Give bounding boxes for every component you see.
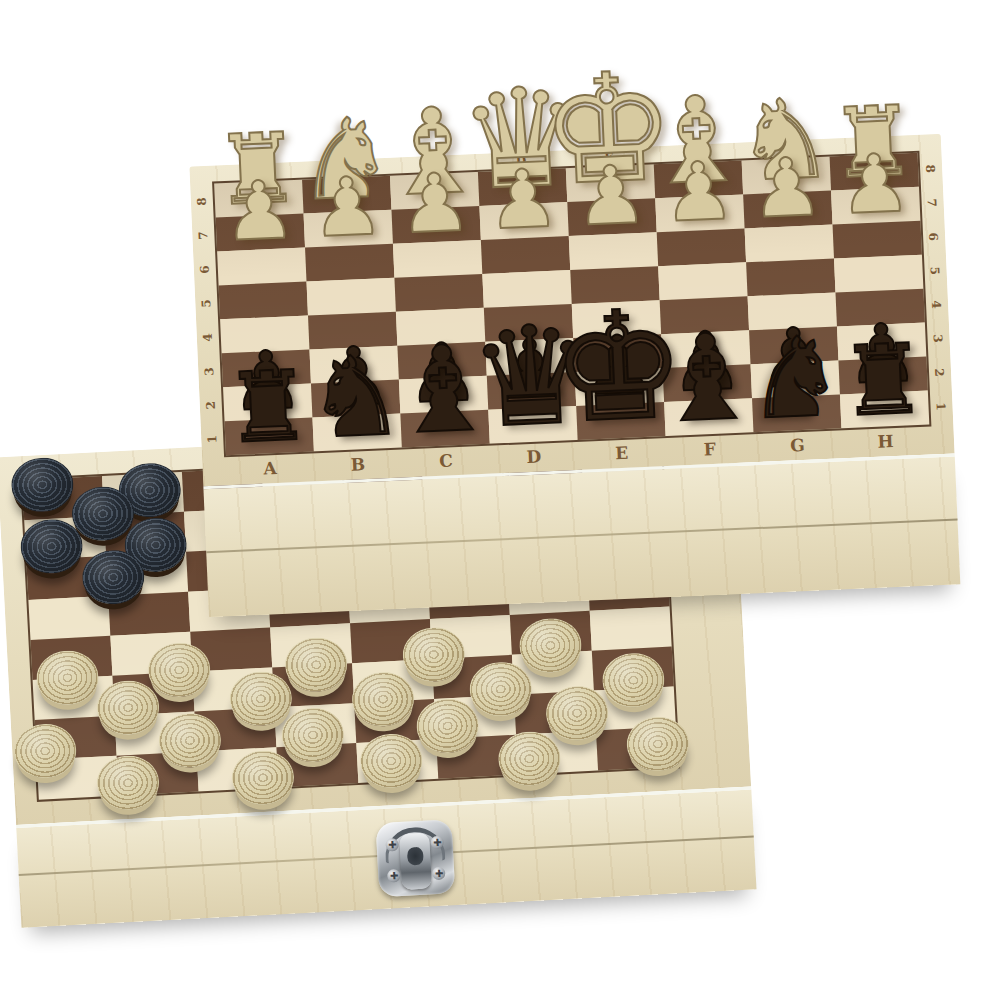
chess-piece-dark-rook-a1[interactable]: ♜ (223, 360, 313, 455)
chess-piece-light-pawn-h7[interactable]: ♟ (837, 145, 912, 224)
checkers-square-r6c1[interactable] (115, 712, 197, 756)
checkers-square-r2c0[interactable] (26, 556, 108, 600)
chess-rank-label-right: 3 (930, 334, 944, 344)
checkers-square-r6c6[interactable] (514, 691, 596, 735)
chess-rank-label-right: 1 (933, 402, 947, 412)
checkers-square-r6c4[interactable] (354, 699, 436, 743)
checkers-square-r6c0[interactable] (35, 716, 117, 760)
checkers-square-r3c1[interactable] (108, 592, 190, 636)
checkers-square-r4c5[interactable] (430, 615, 512, 659)
checkers-square-r5c6[interactable] (512, 651, 594, 695)
checkers-square-r5c0[interactable] (33, 676, 115, 720)
checkers-square-r5c1[interactable] (112, 672, 194, 716)
chess-rank-label-right: 5 (927, 266, 941, 276)
checkers-square-r4c0[interactable] (30, 636, 112, 680)
chess-piece-light-pawn-e7[interactable]: ♟ (574, 157, 649, 236)
chess-rank-label-left: 1 (205, 434, 219, 444)
checkers-square-r6c5[interactable] (434, 695, 516, 739)
chess-piece-dark-knight-g1[interactable]: ♞ (744, 324, 847, 433)
chess-box: AABBCCDDEEFFGGHH8877665544332211 ♜♞♝♛♚♝♞… (189, 134, 954, 486)
checkers-square-r7c7[interactable] (596, 726, 678, 770)
checkers-square-r7c2[interactable] (197, 747, 279, 791)
checkers-square-r6c3[interactable] (274, 703, 356, 747)
chess-rank-label-left: 5 (199, 298, 213, 308)
chess-piece-light-pawn-d7[interactable]: ♟ (486, 160, 561, 239)
chess-square-h5[interactable] (834, 255, 923, 293)
chess-rank-label-right: 6 (926, 232, 940, 242)
checkers-square-r4c6[interactable] (510, 611, 592, 655)
chess-rank-label-left: 2 (204, 400, 218, 410)
chess-square-a5[interactable] (219, 282, 308, 320)
checkers-square-r3c0[interactable] (28, 596, 110, 640)
chess-board: AABBCCDDEEFFGGHH8877665544332211 ♜♞♝♛♚♝♞… (189, 134, 954, 486)
chess-square-g5[interactable] (746, 259, 835, 297)
checkers-square-r4c7[interactable] (590, 607, 672, 651)
checkers-square-r4c4[interactable] (350, 619, 432, 663)
checkers-square-r5c4[interactable] (352, 659, 434, 703)
chess-piece-light-pawn-a7[interactable]: ♟ (222, 172, 297, 251)
checkers-square-r7c1[interactable] (117, 751, 199, 795)
checkers-square-r4c1[interactable] (110, 632, 192, 676)
checkers-square-r6c2[interactable] (194, 707, 276, 751)
checkers-square-r0c1[interactable] (102, 472, 184, 516)
checkers-square-r5c2[interactable] (192, 667, 274, 711)
chess-rank-label-right: 8 (923, 164, 937, 174)
chess-box-seam (206, 518, 957, 553)
chess-rank-label-right: 2 (932, 368, 946, 378)
checkers-square-r4c3[interactable] (270, 623, 352, 667)
checkers-square-r4c2[interactable] (190, 627, 272, 671)
clasp-hasp-latch: ✚ ✚ ✚ ✚ (376, 819, 456, 897)
chess-square-b5[interactable] (307, 278, 396, 316)
chess-rank-label-right: 7 (924, 198, 938, 208)
checkers-square-r7c4[interactable] (356, 739, 438, 783)
clasp-hole (407, 847, 424, 866)
checkers-square-r5c3[interactable] (272, 663, 354, 707)
checkers-square-r5c7[interactable] (592, 646, 674, 690)
checkers-square-r7c0[interactable] (37, 756, 119, 800)
chess-rank-label-left: 3 (202, 366, 216, 376)
checkers-square-r7c3[interactable] (276, 743, 358, 787)
checkers-square-r6c7[interactable] (594, 686, 676, 730)
chess-rank-label-left: 6 (198, 264, 212, 274)
chess-rank-label-left: 8 (195, 196, 209, 206)
chess-rank-label-left: 7 (196, 230, 210, 240)
chess-piece-light-pawn-c7[interactable]: ♟ (398, 164, 473, 243)
chess-piece-light-pawn-b7[interactable]: ♟ (310, 168, 385, 247)
chess-piece-light-pawn-g7[interactable]: ♟ (749, 149, 824, 228)
checkers-square-r1c1[interactable] (104, 512, 186, 556)
checkers-square-r1c0[interactable] (24, 516, 106, 560)
chess-rank-label-right: 4 (929, 300, 943, 310)
checkers-square-r2c1[interactable] (106, 552, 188, 596)
checkers-square-r7c6[interactable] (516, 731, 598, 775)
chess-piece-light-pawn-f7[interactable]: ♟ (662, 153, 737, 232)
chess-rank-label-left: 4 (201, 332, 215, 342)
checkers-square-r5c5[interactable] (432, 655, 514, 699)
chess-piece-dark-rook-h1[interactable]: ♜ (838, 333, 928, 428)
checkers-square-r0c0[interactable] (22, 476, 104, 520)
checkers-square-r7c5[interactable] (436, 735, 518, 779)
